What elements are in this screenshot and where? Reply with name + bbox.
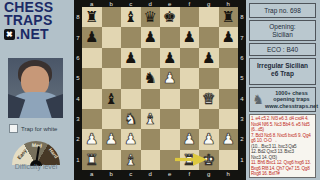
black-rook-h8: ♜ xyxy=(219,7,239,27)
trap-name-line1: Irregular Sicilian xyxy=(250,62,315,70)
square-b8[interactable] xyxy=(102,7,122,27)
square-f4[interactable] xyxy=(180,89,200,109)
file-label-c: c xyxy=(121,170,141,180)
white-bishop-c1: ♝ xyxy=(121,150,141,170)
rank-label-8: 8 xyxy=(238,7,246,27)
trap-for-white-checkbox[interactable] xyxy=(9,124,18,133)
square-e4[interactable] xyxy=(160,89,180,109)
move-line-1: 1. e4 c5 2. Nf3 e6 3. d4 cxd4 4. xyxy=(251,116,314,122)
rank-label-3: 3 xyxy=(238,109,246,129)
square-h2[interactable]: ♟ xyxy=(219,129,239,149)
rank-label-7: 7 xyxy=(238,27,246,47)
file-label-b: b xyxy=(102,170,122,180)
square-a1[interactable]: ♜ xyxy=(82,150,102,170)
trap-name-line2: e6 Trap xyxy=(250,70,315,78)
rank-label-5: 5 xyxy=(238,68,246,88)
rank-label-2: 2 xyxy=(74,129,82,149)
opening-box: Opening: Sicilian xyxy=(249,20,316,41)
black-pawn-h7: ♟ xyxy=(219,27,239,47)
rank-label-8: 8 xyxy=(74,7,82,27)
square-d8[interactable]: ♛ xyxy=(141,7,161,27)
square-a7[interactable]: ♟ xyxy=(82,27,102,47)
white-pawn-f2: ♟ xyxy=(180,129,200,149)
trap-for-white-label: Trap for white xyxy=(21,126,57,132)
file-label-a: a xyxy=(82,0,102,7)
file-label-h: h xyxy=(219,170,239,180)
opening-label: Opening: xyxy=(250,23,315,31)
black-pawn-d7: ♟ xyxy=(141,27,161,47)
file-label-f: f xyxy=(180,0,200,7)
square-c5[interactable] xyxy=(121,68,141,88)
square-h6[interactable] xyxy=(219,48,239,68)
square-a3[interactable] xyxy=(82,109,102,129)
file-label-h: h xyxy=(219,0,239,7)
square-d6[interactable] xyxy=(141,48,161,68)
square-a5[interactable] xyxy=(82,68,102,88)
square-h5[interactable] xyxy=(219,68,239,88)
site-logo: CHESS TRAPS ✖ .NET xyxy=(4,1,74,41)
white-pawn-e5: ♟ xyxy=(160,68,180,88)
square-g5[interactable] xyxy=(199,68,219,88)
square-g1[interactable]: ♚ xyxy=(199,150,219,170)
square-c3[interactable]: ♞ xyxy=(121,109,141,129)
square-c7[interactable] xyxy=(121,27,141,47)
file-label-a: a xyxy=(82,170,102,180)
square-a6[interactable] xyxy=(82,48,102,68)
file-label-f: f xyxy=(180,170,200,180)
square-c6[interactable]: ♟ xyxy=(121,48,141,68)
file-label-b: b xyxy=(102,0,122,7)
rank-label-6: 6 xyxy=(238,48,246,68)
black-pawn-a7: ♟ xyxy=(82,27,102,47)
square-d7[interactable]: ♟ xyxy=(141,27,161,47)
square-d4[interactable] xyxy=(141,89,161,109)
black-pawn-c6: ♟ xyxy=(121,48,141,68)
file-label-g: g xyxy=(199,0,219,7)
black-pawn-e6: ♟ xyxy=(160,48,180,68)
square-e1[interactable] xyxy=(160,150,180,170)
file-label-d: d xyxy=(141,170,161,180)
rank-label-5: 5 xyxy=(74,68,82,88)
file-label-g: g xyxy=(199,170,219,180)
square-a4[interactable] xyxy=(82,89,102,109)
square-h4[interactable] xyxy=(219,89,239,109)
trap-name-box: Irregular Sicilian e6 Trap xyxy=(249,58,316,85)
square-d1[interactable] xyxy=(141,150,161,170)
black-rook-a8: ♜ xyxy=(82,7,102,27)
square-c2[interactable]: ♟ xyxy=(121,129,141,149)
rank-labels-left: 87654321 xyxy=(74,7,82,170)
white-pawn-c2: ♟ xyxy=(121,129,141,149)
square-e2[interactable] xyxy=(160,129,180,149)
square-a2[interactable]: ♟ xyxy=(82,129,102,149)
trap-number: Trap no. 698 xyxy=(264,7,301,15)
file-labels-bottom: abcdefgh xyxy=(82,170,238,180)
knight-sketch-icon: ♞ xyxy=(251,93,265,106)
rank-label-3: 3 xyxy=(74,109,82,129)
promo-text: 1000+ chess opening traps www.chesstraps… xyxy=(265,90,318,110)
square-a8[interactable]: ♜ xyxy=(82,7,102,27)
file-label-e: e xyxy=(160,170,180,180)
square-f1[interactable]: ♜ xyxy=(180,150,200,170)
difficulty-caption: Difficulty level xyxy=(0,163,72,170)
site-url: www.chesstraps.net xyxy=(265,103,318,110)
white-bishop-d3: ♝ xyxy=(141,109,161,129)
square-h3[interactable] xyxy=(219,109,239,129)
chess-board: abcdefgh abcdefgh 87654321 87654321 ♜♝♛♚… xyxy=(74,0,246,180)
white-rook-a1: ♜ xyxy=(82,150,102,170)
trap-for-white-row: Trap for white xyxy=(9,124,57,133)
square-c1[interactable]: ♝ xyxy=(121,150,141,170)
square-h1[interactable] xyxy=(219,150,239,170)
square-g4[interactable]: ♛ xyxy=(199,89,219,109)
black-pawn-g6: ♟ xyxy=(199,48,219,68)
square-e5[interactable]: ♟ xyxy=(160,68,180,88)
x-mark-icon: ✖ xyxy=(4,29,15,40)
move-line-9: 11. Bh6 Bxc1 12. Qxg6 hxg6 13. xyxy=(251,160,314,166)
rank-label-7: 7 xyxy=(74,27,82,47)
file-labels-top: abcdefgh xyxy=(82,0,238,7)
square-g6[interactable]: ♟ xyxy=(199,48,219,68)
square-d5[interactable]: ♞ xyxy=(141,68,161,88)
square-f7[interactable]: ♟ xyxy=(180,27,200,47)
promo-box: ♞ 1000+ chess opening traps www.chesstra… xyxy=(249,87,316,112)
white-king-g1: ♚ xyxy=(199,150,219,170)
square-f8[interactable] xyxy=(180,7,200,27)
black-knight-d5: ♞ xyxy=(141,68,161,88)
square-f2[interactable]: ♟ xyxy=(180,129,200,149)
square-b1[interactable] xyxy=(102,150,122,170)
opening-value: Sicilian xyxy=(250,31,315,39)
square-b5[interactable] xyxy=(102,68,122,88)
square-b2[interactable]: ♟ xyxy=(102,129,122,149)
white-pawn-h2: ♟ xyxy=(219,129,239,149)
move-list-box: 1. e4 c5 2. Nf3 e6 3. d4 cxd4 4.Nxd4 Nf6… xyxy=(249,114,316,178)
logo-line3: .NET xyxy=(16,28,49,41)
chesstraps-page: CHESS TRAPS ✖ .NET Trap for white Easy M… xyxy=(0,0,320,180)
white-rook-f1: ♜ xyxy=(180,150,200,170)
rank-label-1: 1 xyxy=(238,150,246,170)
black-bishop-c8: ♝ xyxy=(121,7,141,27)
rank-label-1: 1 xyxy=(74,150,82,170)
board-squares: ♜♝♛♚♜♟♟♟♟♟♟♟♞♟♝♛♞♝♟♟♟♟♟♟♜♝♜♚ xyxy=(82,7,238,170)
square-g3[interactable] xyxy=(199,109,219,129)
black-pawn-f7: ♟ xyxy=(180,27,200,47)
file-label-d: d xyxy=(141,0,161,7)
square-d3[interactable]: ♝ xyxy=(141,109,161,129)
square-h8[interactable]: ♜ xyxy=(219,7,239,27)
square-c8[interactable]: ♝ xyxy=(121,7,141,27)
rank-label-4: 4 xyxy=(74,89,82,109)
square-h7[interactable]: ♟ xyxy=(219,27,239,47)
square-g7[interactable] xyxy=(199,27,219,47)
square-g8[interactable] xyxy=(199,7,219,27)
white-pawn-g2: ♟ xyxy=(199,129,219,149)
move-line-11: Rxg8 16. Bxf7# xyxy=(251,171,314,177)
eco-box: ECO : B40 xyxy=(249,43,316,56)
square-c4[interactable] xyxy=(121,89,141,109)
eco-code: ECO : B40 xyxy=(267,46,298,54)
square-b4[interactable]: ♝ xyxy=(102,89,122,109)
black-king-e8: ♚ xyxy=(160,7,180,27)
rank-label-4: 4 xyxy=(238,89,246,109)
square-b6[interactable] xyxy=(102,48,122,68)
black-queen-d8: ♛ xyxy=(141,7,161,27)
square-f6[interactable] xyxy=(180,48,200,68)
black-bishop-b4: ♝ xyxy=(102,89,122,109)
white-pawn-a2: ♟ xyxy=(82,129,102,149)
presenter-photo xyxy=(8,58,63,118)
file-label-c: c xyxy=(121,0,141,7)
white-queen-g4: ♛ xyxy=(199,89,219,109)
square-f3[interactable] xyxy=(180,109,200,129)
rank-label-6: 6 xyxy=(74,48,82,68)
rank-labels-right: 87654321 xyxy=(238,7,246,170)
square-d2[interactable] xyxy=(141,129,161,149)
white-pawn-b2: ♟ xyxy=(102,129,122,149)
square-e8[interactable]: ♚ xyxy=(160,7,180,27)
trap-number-box: Trap no. 698 xyxy=(249,3,316,18)
square-e7[interactable] xyxy=(160,27,180,47)
square-e3[interactable] xyxy=(160,109,180,129)
white-knight-c3: ♞ xyxy=(121,109,141,129)
square-f5[interactable] xyxy=(180,68,200,88)
file-label-e: e xyxy=(160,0,180,7)
rank-label-2: 2 xyxy=(238,129,246,149)
square-b3[interactable] xyxy=(102,109,122,129)
square-g2[interactable]: ♟ xyxy=(199,129,219,149)
square-e6[interactable]: ♟ xyxy=(160,48,180,68)
square-b7[interactable] xyxy=(102,27,122,47)
